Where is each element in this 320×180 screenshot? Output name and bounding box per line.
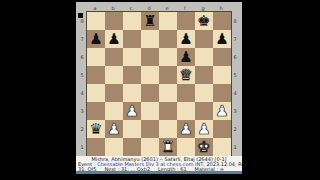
coord-label-6: 6 xyxy=(232,48,238,66)
black-pawn: ♟ xyxy=(87,30,105,48)
video-frame: abcdefgh 87654321 87654321 ♜♚♟♟♟♟♟♛♟♟♛♟♟… xyxy=(0,0,320,180)
coord-label-1: 1 xyxy=(79,138,85,156)
square-c7 xyxy=(123,30,141,48)
white-queen: ♛ xyxy=(177,66,195,84)
square-f8 xyxy=(177,12,195,30)
square-f1 xyxy=(177,138,195,156)
black-pawn: ♟ xyxy=(105,30,123,48)
square-b5 xyxy=(105,66,123,84)
square-g2: ♟ xyxy=(195,120,213,138)
square-a7: ♟ xyxy=(87,30,105,48)
white-king: ♚ xyxy=(195,138,213,156)
rank-labels-right: 87654321 xyxy=(232,12,238,156)
square-e2 xyxy=(159,120,177,138)
square-b8 xyxy=(105,12,123,30)
coord-label-8: 8 xyxy=(232,12,238,30)
black-queen: ♛ xyxy=(87,120,105,138)
square-c1 xyxy=(123,138,141,156)
square-a4 xyxy=(87,84,105,102)
coord-label-2: 2 xyxy=(232,120,238,138)
white-rook: ♜ xyxy=(159,138,177,156)
square-a1 xyxy=(87,138,105,156)
coord-label-7: 7 xyxy=(79,30,85,48)
black-pawn: ♟ xyxy=(213,30,231,48)
square-c3: ♟ xyxy=(123,102,141,120)
coord-label-3: 3 xyxy=(232,102,238,120)
square-f2: ♟ xyxy=(177,120,195,138)
square-a8 xyxy=(87,12,105,30)
square-d1 xyxy=(141,138,159,156)
white-pawn: ♟ xyxy=(105,120,123,138)
rank-labels-left: 87654321 xyxy=(79,12,85,156)
square-h2 xyxy=(213,120,231,138)
coord-label-2: 2 xyxy=(79,120,85,138)
square-d3 xyxy=(141,102,159,120)
square-d5 xyxy=(141,66,159,84)
square-h3: ♟ xyxy=(213,102,231,120)
square-h8 xyxy=(213,12,231,30)
chess-board: ♜♚♟♟♟♟♟♛♟♟♛♟♟♟♜♚ xyxy=(86,11,232,157)
coord-label-3: 3 xyxy=(79,102,85,120)
square-b3 xyxy=(105,102,123,120)
square-d7 xyxy=(141,30,159,48)
square-e3 xyxy=(159,102,177,120)
square-e6 xyxy=(159,48,177,66)
square-g3 xyxy=(195,102,213,120)
square-d6 xyxy=(141,48,159,66)
black-king: ♚ xyxy=(195,12,213,30)
square-h4 xyxy=(213,84,231,102)
square-d2 xyxy=(141,120,159,138)
square-g5 xyxy=(195,66,213,84)
square-f4 xyxy=(177,84,195,102)
square-b2: ♟ xyxy=(105,120,123,138)
coord-label-1: 1 xyxy=(232,138,238,156)
square-f6: ♟ xyxy=(177,48,195,66)
coord-label-4: 4 xyxy=(232,84,238,102)
game-info-caption: Mishra, Abhimanyu (2601) -- Safarli, Elt… xyxy=(76,156,242,171)
square-g8: ♚ xyxy=(195,12,213,30)
square-h6 xyxy=(213,48,231,66)
black-pawn: ♟ xyxy=(177,48,195,66)
square-a3 xyxy=(87,102,105,120)
square-e8 xyxy=(159,12,177,30)
square-c8 xyxy=(123,12,141,30)
square-d4 xyxy=(141,84,159,102)
square-h7: ♟ xyxy=(213,30,231,48)
square-c2 xyxy=(123,120,141,138)
square-c6 xyxy=(123,48,141,66)
white-pawn: ♟ xyxy=(213,102,231,120)
black-pawn: ♟ xyxy=(177,30,195,48)
coord-label-6: 6 xyxy=(79,48,85,66)
square-d8: ♜ xyxy=(141,12,159,30)
coord-label-8: 8 xyxy=(79,12,85,30)
white-pawn: ♟ xyxy=(195,120,213,138)
square-c5 xyxy=(123,66,141,84)
coord-label-5: 5 xyxy=(232,66,238,84)
square-g7 xyxy=(195,30,213,48)
square-e1: ♜ xyxy=(159,138,177,156)
caption-divider xyxy=(76,171,242,174)
coord-label-7: 7 xyxy=(232,30,238,48)
chess-diagram-panel: abcdefgh 87654321 87654321 ♜♚♟♟♟♟♟♛♟♟♛♟♟… xyxy=(76,2,242,174)
white-pawn: ♟ xyxy=(123,102,141,120)
square-a5 xyxy=(87,66,105,84)
square-h1 xyxy=(213,138,231,156)
square-c4 xyxy=(123,84,141,102)
square-g4 xyxy=(195,84,213,102)
coord-label-4: 4 xyxy=(79,84,85,102)
square-b1 xyxy=(105,138,123,156)
black-rook: ♜ xyxy=(141,12,159,30)
square-e5 xyxy=(159,66,177,84)
coord-label-5: 5 xyxy=(79,66,85,84)
white-pawn: ♟ xyxy=(177,120,195,138)
square-a6 xyxy=(87,48,105,66)
square-e7 xyxy=(159,30,177,48)
square-a2: ♛ xyxy=(87,120,105,138)
square-e4 xyxy=(159,84,177,102)
square-b7: ♟ xyxy=(105,30,123,48)
square-h5 xyxy=(213,66,231,84)
square-b4 xyxy=(105,84,123,102)
square-f3 xyxy=(177,102,195,120)
square-b6 xyxy=(105,48,123,66)
square-f5: ♛ xyxy=(177,66,195,84)
square-g6 xyxy=(195,48,213,66)
square-g1: ♚ xyxy=(195,138,213,156)
square-f7: ♟ xyxy=(177,30,195,48)
